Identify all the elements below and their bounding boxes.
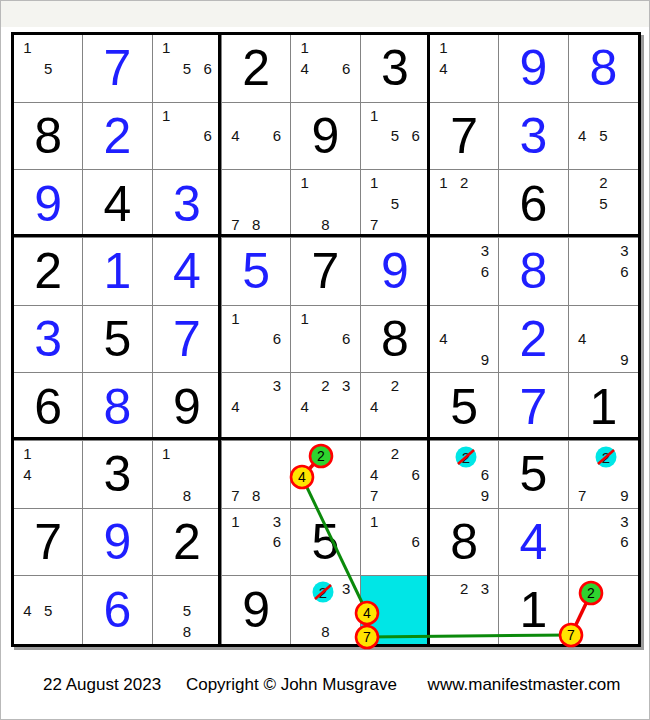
cell-r6c5[interactable]: 234 bbox=[291, 373, 360, 441]
cell-r7c9[interactable]: 79 bbox=[569, 441, 638, 509]
pencil-mark bbox=[405, 443, 426, 464]
pencil-mark bbox=[267, 396, 288, 417]
pencil-mark: 9 bbox=[614, 349, 635, 370]
pencil-mark bbox=[405, 214, 426, 235]
pencil-marks: 79 bbox=[572, 443, 635, 506]
pencil-marks: 58 bbox=[156, 578, 218, 642]
pencil-mark bbox=[267, 417, 288, 438]
pencil-mark bbox=[572, 552, 593, 573]
cell-r1c9[interactable]: 8 bbox=[569, 35, 638, 103]
cell-r3c5[interactable]: 18 bbox=[291, 170, 360, 238]
solved-digit: 8 bbox=[381, 314, 409, 364]
solved-digit: 8 bbox=[589, 43, 617, 93]
cell-r5c9[interactable]: 49 bbox=[569, 306, 638, 374]
solved-digit: 3 bbox=[173, 179, 201, 229]
pencil-mark bbox=[156, 578, 177, 599]
pencil-mark bbox=[454, 443, 475, 464]
pencil-mark bbox=[176, 146, 197, 167]
pencil-mark bbox=[572, 146, 593, 167]
cell-r1c2[interactable]: 7 bbox=[83, 35, 152, 103]
footer: 22 August 2023 Copyright © John Musgrave… bbox=[43, 675, 620, 695]
solved-digit: 9 bbox=[381, 246, 409, 296]
solved-digit: 7 bbox=[520, 382, 548, 432]
pencil-mark bbox=[315, 349, 336, 370]
solved-digit: 6 bbox=[520, 179, 548, 229]
pencil-mark: 6 bbox=[267, 329, 288, 350]
pencil-marks: 157 bbox=[364, 172, 426, 235]
cell-r7c5[interactable] bbox=[291, 441, 360, 509]
pencil-marks: 36 bbox=[572, 511, 635, 574]
pencil-mark bbox=[572, 532, 593, 553]
pencil-mark bbox=[454, 261, 475, 282]
pencil-mark: 5 bbox=[593, 193, 614, 214]
cell-r6c2[interactable]: 8 bbox=[83, 373, 152, 441]
solved-digit: 1 bbox=[589, 382, 617, 432]
pencil-marks: 156 bbox=[364, 105, 426, 168]
pencil-mark: 2 bbox=[315, 375, 336, 396]
pencil-mark bbox=[246, 308, 267, 329]
pencil-mark bbox=[454, 349, 475, 370]
solved-digit: 3 bbox=[104, 449, 132, 499]
pencil-mark bbox=[225, 105, 246, 126]
pencil-mark bbox=[593, 443, 614, 464]
pencil-mark bbox=[315, 329, 336, 350]
pencil-marks: 16 bbox=[225, 308, 287, 371]
pencil-marks: 23 bbox=[433, 578, 495, 642]
pencil-mark bbox=[225, 193, 246, 214]
cell-r3c6[interactable]: 157 bbox=[361, 170, 430, 238]
pencil-mark bbox=[294, 417, 315, 438]
cell-r3c7[interactable]: 12 bbox=[430, 170, 499, 238]
pencil-mark bbox=[225, 349, 246, 370]
cell-r6c4[interactable]: 34 bbox=[222, 373, 291, 441]
pencil-mark bbox=[405, 417, 426, 438]
pencil-mark bbox=[17, 58, 38, 79]
pencil-mark bbox=[433, 261, 454, 282]
pencil-mark: 7 bbox=[572, 485, 593, 506]
cell-r5c8[interactable]: 2 bbox=[499, 306, 568, 374]
pencil-mark bbox=[433, 308, 454, 329]
pencil-mark bbox=[267, 485, 288, 506]
solved-digit: 2 bbox=[242, 43, 270, 93]
solved-digit: 9 bbox=[312, 111, 340, 161]
pencil-mark bbox=[593, 485, 614, 506]
pencil-mark bbox=[336, 621, 357, 642]
pencil-mark bbox=[336, 417, 357, 438]
pencil-mark bbox=[197, 443, 218, 464]
pencil-mark bbox=[454, 621, 475, 642]
pencil-mark bbox=[405, 485, 426, 506]
pencil-mark: 6 bbox=[267, 532, 288, 553]
pencil-marks: 78 bbox=[225, 172, 287, 235]
cell-r7c7[interactable]: 69 bbox=[430, 441, 499, 509]
pencil-marks: 49 bbox=[433, 308, 495, 371]
solved-digit: 2 bbox=[34, 246, 62, 296]
cell-r7c4[interactable]: 78 bbox=[222, 441, 291, 509]
cell-r8c3[interactable]: 2 bbox=[153, 509, 222, 577]
pencil-mark bbox=[364, 146, 385, 167]
solved-digit: 2 bbox=[173, 517, 201, 567]
pencil-mark bbox=[246, 464, 267, 485]
pencil-mark bbox=[364, 375, 385, 396]
pencil-mark bbox=[225, 464, 246, 485]
pencil-mark: 1 bbox=[17, 443, 38, 464]
pencil-mark bbox=[246, 172, 267, 193]
pencil-mark bbox=[433, 485, 454, 506]
pencil-mark: 1 bbox=[156, 443, 177, 464]
pencil-mark bbox=[336, 79, 357, 100]
cell-r7c3[interactable]: 18 bbox=[153, 441, 222, 509]
pencil-mark bbox=[197, 621, 218, 642]
pencil-mark bbox=[433, 282, 454, 303]
cell-r2c2[interactable]: 2 bbox=[83, 103, 152, 171]
pencil-mark bbox=[156, 600, 177, 621]
cell-r7c8[interactable]: 5 bbox=[499, 441, 568, 509]
pencil-mark bbox=[59, 443, 80, 464]
cell-r3c1[interactable]: 9 bbox=[14, 170, 83, 238]
cell-r3c2[interactable]: 4 bbox=[83, 170, 152, 238]
pencil-mark bbox=[405, 146, 426, 167]
pencil-mark: 7 bbox=[225, 485, 246, 506]
pencil-mark bbox=[475, 282, 496, 303]
cell-r4c6[interactable]: 9 bbox=[361, 238, 430, 306]
solved-digit: 5 bbox=[450, 382, 478, 432]
footer-copyright: Copyright © John Musgrave bbox=[186, 675, 397, 694]
solved-digit: 3 bbox=[381, 43, 409, 93]
pencil-mark bbox=[315, 37, 336, 58]
cell-r2c1[interactable]: 8 bbox=[14, 103, 83, 171]
cell-r7c6[interactable]: 2467 bbox=[361, 441, 430, 509]
pencil-mark bbox=[384, 417, 405, 438]
pencil-mark: 3 bbox=[475, 240, 496, 261]
cell-r8c9[interactable]: 36 bbox=[569, 509, 638, 577]
cell-r9c7[interactable]: 23 bbox=[430, 576, 499, 644]
pencil-mark bbox=[614, 193, 635, 214]
solved-digit: 2 bbox=[520, 314, 548, 364]
pencil-mark: 1 bbox=[17, 37, 38, 58]
pencil-marks: 16 bbox=[364, 511, 426, 574]
pencil-mark bbox=[197, 79, 218, 100]
pencil-mark: 1 bbox=[156, 105, 177, 126]
cell-r1c8[interactable]: 9 bbox=[499, 35, 568, 103]
pencil-mark bbox=[176, 105, 197, 126]
pencil-mark bbox=[572, 282, 593, 303]
pencil-mark bbox=[315, 79, 336, 100]
pencil-mark bbox=[433, 578, 454, 599]
pencil-mark bbox=[433, 214, 454, 235]
pencil-marks: 16 bbox=[156, 105, 218, 168]
pencil-marks: 18 bbox=[294, 172, 356, 235]
pencil-marks: 45 bbox=[17, 578, 79, 642]
pencil-mark: 4 bbox=[433, 329, 454, 350]
pencil-marks: 14 bbox=[17, 443, 79, 506]
pencil-mark: 4 bbox=[17, 600, 38, 621]
cell-r7c2[interactable]: 3 bbox=[83, 441, 152, 509]
pencil-mark bbox=[336, 308, 357, 329]
solved-digit: 6 bbox=[104, 585, 132, 635]
pencil-mark bbox=[454, 308, 475, 329]
pencil-marks: 38 bbox=[294, 578, 356, 642]
pencil-marks: 46 bbox=[225, 105, 287, 168]
cell-r8c7[interactable]: 8 bbox=[430, 509, 499, 577]
pencil-mark bbox=[433, 193, 454, 214]
pencil-mark bbox=[593, 146, 614, 167]
pencil-mark bbox=[593, 329, 614, 350]
pencil-mark bbox=[315, 172, 336, 193]
cell-r2c5[interactable]: 9 bbox=[291, 103, 360, 171]
pencil-mark bbox=[246, 375, 267, 396]
pencil-mark bbox=[294, 621, 315, 642]
pencil-mark bbox=[572, 308, 593, 329]
pencil-mark bbox=[176, 578, 197, 599]
pencil-mark bbox=[614, 126, 635, 147]
cell-r6c1[interactable]: 6 bbox=[14, 373, 83, 441]
pencil-mark bbox=[267, 308, 288, 329]
cell-r8c2[interactable]: 9 bbox=[83, 509, 152, 577]
pencil-mark: 4 bbox=[572, 126, 593, 147]
cell-r4c5[interactable]: 7 bbox=[291, 238, 360, 306]
pencil-mark bbox=[614, 282, 635, 303]
cell-r8c8[interactable]: 4 bbox=[499, 509, 568, 577]
pencil-mark bbox=[176, 443, 197, 464]
cell-r9c9[interactable] bbox=[569, 576, 638, 644]
cell-r4c8[interactable]: 8 bbox=[499, 238, 568, 306]
pencil-mark bbox=[38, 443, 59, 464]
cell-r1c6[interactable]: 3 bbox=[361, 35, 430, 103]
cell-r9c4[interactable]: 9 bbox=[222, 576, 291, 644]
cell-r4c7[interactable]: 36 bbox=[430, 238, 499, 306]
cell-r9c1[interactable]: 45 bbox=[14, 576, 83, 644]
pencil-mark bbox=[475, 621, 496, 642]
pencil-mark bbox=[59, 485, 80, 506]
pencil-mark: 3 bbox=[475, 578, 496, 599]
pencil-mark: 4 bbox=[433, 58, 454, 79]
cell-r5c2[interactable]: 5 bbox=[83, 306, 152, 374]
pencil-mark bbox=[336, 600, 357, 621]
pencil-mark bbox=[614, 105, 635, 126]
pencil-mark bbox=[475, 308, 496, 329]
pencil-marks: 14 bbox=[433, 37, 495, 100]
cell-r5c6[interactable]: 8 bbox=[361, 306, 430, 374]
cell-r2c7[interactable]: 7 bbox=[430, 103, 499, 171]
cell-r5c3[interactable]: 7 bbox=[153, 306, 222, 374]
cell-r1c3[interactable]: 156 bbox=[153, 35, 222, 103]
cell-r5c4[interactable]: 16 bbox=[222, 306, 291, 374]
pencil-marks: 12 bbox=[433, 172, 495, 235]
pencil-mark: 6 bbox=[405, 126, 426, 147]
cell-r4c3[interactable]: 4 bbox=[153, 238, 222, 306]
cell-r3c3[interactable]: 3 bbox=[153, 170, 222, 238]
cell-r9c8[interactable]: 1 bbox=[499, 576, 568, 644]
pencil-mark bbox=[405, 552, 426, 573]
pencil-mark bbox=[336, 396, 357, 417]
pencil-mark: 6 bbox=[475, 261, 496, 282]
pencil-mark bbox=[384, 146, 405, 167]
pencil-mark bbox=[197, 464, 218, 485]
pencil-mark: 3 bbox=[267, 511, 288, 532]
pencil-mark bbox=[156, 621, 177, 642]
pencil-mark: 8 bbox=[315, 621, 336, 642]
pencil-marks: 136 bbox=[225, 511, 287, 574]
pencil-mark bbox=[246, 126, 267, 147]
solved-digit: 9 bbox=[242, 585, 270, 635]
pencil-marks: 24 bbox=[364, 375, 426, 438]
pencil-mark bbox=[475, 329, 496, 350]
solved-digit: 7 bbox=[34, 517, 62, 567]
pencil-mark bbox=[593, 308, 614, 329]
pencil-mark bbox=[364, 552, 385, 573]
cell-r5c1[interactable]: 3 bbox=[14, 306, 83, 374]
solved-digit: 4 bbox=[104, 179, 132, 229]
pencil-mark bbox=[246, 532, 267, 553]
pencil-mark bbox=[614, 329, 635, 350]
pencil-mark: 4 bbox=[225, 396, 246, 417]
cell-r4c9[interactable]: 36 bbox=[569, 238, 638, 306]
pencil-mark bbox=[433, 600, 454, 621]
pencil-mark bbox=[614, 172, 635, 193]
pencil-mark bbox=[614, 464, 635, 485]
pencil-mark: 9 bbox=[614, 485, 635, 506]
pencil-mark: 2 bbox=[384, 443, 405, 464]
pencil-mark bbox=[364, 193, 385, 214]
solved-digit: 7 bbox=[104, 43, 132, 93]
pencil-mark bbox=[246, 349, 267, 370]
pencil-mark bbox=[246, 417, 267, 438]
pencil-mark bbox=[315, 308, 336, 329]
pencil-mark: 3 bbox=[614, 240, 635, 261]
pencil-mark bbox=[336, 172, 357, 193]
cell-r3c8[interactable]: 6 bbox=[499, 170, 568, 238]
cell-r6c6[interactable]: 24 bbox=[361, 373, 430, 441]
pencil-mark bbox=[572, 443, 593, 464]
cell-r2c9[interactable]: 45 bbox=[569, 103, 638, 171]
pencil-mark: 2 bbox=[454, 578, 475, 599]
cell-r6c3[interactable]: 9 bbox=[153, 373, 222, 441]
pencil-mark bbox=[156, 146, 177, 167]
cell-r8c4[interactable]: 136 bbox=[222, 509, 291, 577]
cell-r9c3[interactable]: 58 bbox=[153, 576, 222, 644]
cell-r3c4[interactable]: 78 bbox=[222, 170, 291, 238]
pencil-mark: 1 bbox=[364, 105, 385, 126]
pencil-mark bbox=[294, 375, 315, 396]
pencil-mark bbox=[294, 578, 315, 599]
pencil-mark bbox=[156, 58, 177, 79]
pencil-mark: 1 bbox=[156, 37, 177, 58]
pencil-mark bbox=[294, 600, 315, 621]
cell-r2c4[interactable]: 46 bbox=[222, 103, 291, 171]
cell-r9c6[interactable] bbox=[361, 576, 430, 644]
pencil-mark: 5 bbox=[38, 600, 59, 621]
pencil-mark: 2 bbox=[454, 172, 475, 193]
cell-r2c8[interactable]: 3 bbox=[499, 103, 568, 171]
solved-digit: 4 bbox=[520, 517, 548, 567]
pencil-mark bbox=[614, 308, 635, 329]
pencil-mark: 1 bbox=[225, 308, 246, 329]
solved-digit: 7 bbox=[450, 111, 478, 161]
cell-r5c5[interactable]: 16 bbox=[291, 306, 360, 374]
pencil-mark bbox=[38, 621, 59, 642]
cell-r1c4[interactable]: 2 bbox=[222, 35, 291, 103]
cell-r4c2[interactable]: 1 bbox=[83, 238, 152, 306]
pencil-marks: 78 bbox=[225, 443, 287, 506]
pencil-mark: 7 bbox=[364, 485, 385, 506]
pencil-mark: 4 bbox=[364, 396, 385, 417]
pencil-mark bbox=[475, 58, 496, 79]
cell-r6c8[interactable]: 7 bbox=[499, 373, 568, 441]
solved-digit: 9 bbox=[173, 382, 201, 432]
cell-r8c6[interactable]: 16 bbox=[361, 509, 430, 577]
sudoku-board: 1571562146314988216469156734594378181571… bbox=[11, 32, 641, 647]
cell-r6c7[interactable]: 5 bbox=[430, 373, 499, 441]
pencil-mark bbox=[176, 79, 197, 100]
pencil-mark bbox=[17, 79, 38, 100]
solved-digit: 5 bbox=[520, 449, 548, 499]
solved-digit: 8 bbox=[34, 111, 62, 161]
cell-r2c3[interactable]: 16 bbox=[153, 103, 222, 171]
pencil-mark bbox=[433, 621, 454, 642]
pencil-mark bbox=[156, 485, 177, 506]
pencil-mark bbox=[315, 600, 336, 621]
cell-r4c4[interactable]: 5 bbox=[222, 238, 291, 306]
cell-r1c7[interactable]: 14 bbox=[430, 35, 499, 103]
cell-r5c7[interactable]: 49 bbox=[430, 306, 499, 374]
pencil-mark: 6 bbox=[336, 58, 357, 79]
pencil-mark bbox=[197, 105, 218, 126]
cell-r3c9[interactable]: 25 bbox=[569, 170, 638, 238]
pencil-mark bbox=[475, 600, 496, 621]
pencil-marks: 18 bbox=[156, 443, 218, 506]
pencil-mark bbox=[572, 349, 593, 370]
pencil-mark bbox=[59, 621, 80, 642]
pencil-mark bbox=[267, 552, 288, 573]
pencil-mark: 4 bbox=[294, 58, 315, 79]
pencil-mark bbox=[38, 578, 59, 599]
pencil-mark bbox=[315, 58, 336, 79]
pencil-mark bbox=[225, 552, 246, 573]
cell-r9c2[interactable]: 6 bbox=[83, 576, 152, 644]
pencil-marks: 45 bbox=[572, 105, 635, 168]
pencil-mark bbox=[454, 282, 475, 303]
cell-r9c5[interactable]: 38 bbox=[291, 576, 360, 644]
pencil-marks: 34 bbox=[225, 375, 287, 438]
pencil-mark bbox=[405, 396, 426, 417]
pencil-mark bbox=[267, 349, 288, 370]
pencil-mark bbox=[197, 37, 218, 58]
pencil-mark bbox=[294, 349, 315, 370]
pencil-mark bbox=[454, 329, 475, 350]
cell-r1c1[interactable]: 15 bbox=[14, 35, 83, 103]
cell-r8c1[interactable]: 7 bbox=[14, 509, 83, 577]
pencil-mark bbox=[384, 511, 405, 532]
pencil-mark bbox=[246, 511, 267, 532]
pencil-mark bbox=[336, 214, 357, 235]
cell-r6c9[interactable]: 1 bbox=[569, 373, 638, 441]
cell-r8c5[interactable]: 5 bbox=[291, 509, 360, 577]
pencil-mark: 5 bbox=[593, 126, 614, 147]
footer-website: www.manifestmaster.com bbox=[428, 675, 621, 694]
cell-r4c1[interactable]: 2 bbox=[14, 238, 83, 306]
pencil-mark bbox=[593, 240, 614, 261]
pencil-mark: 6 bbox=[405, 464, 426, 485]
cell-r1c5[interactable]: 146 bbox=[291, 35, 360, 103]
pencil-mark bbox=[156, 126, 177, 147]
pencil-mark bbox=[59, 79, 80, 100]
cell-r2c6[interactable]: 156 bbox=[361, 103, 430, 171]
pencil-mark bbox=[384, 214, 405, 235]
pencil-mark bbox=[246, 193, 267, 214]
cell-r7c1[interactable]: 14 bbox=[14, 441, 83, 509]
pencil-mark bbox=[267, 146, 288, 167]
